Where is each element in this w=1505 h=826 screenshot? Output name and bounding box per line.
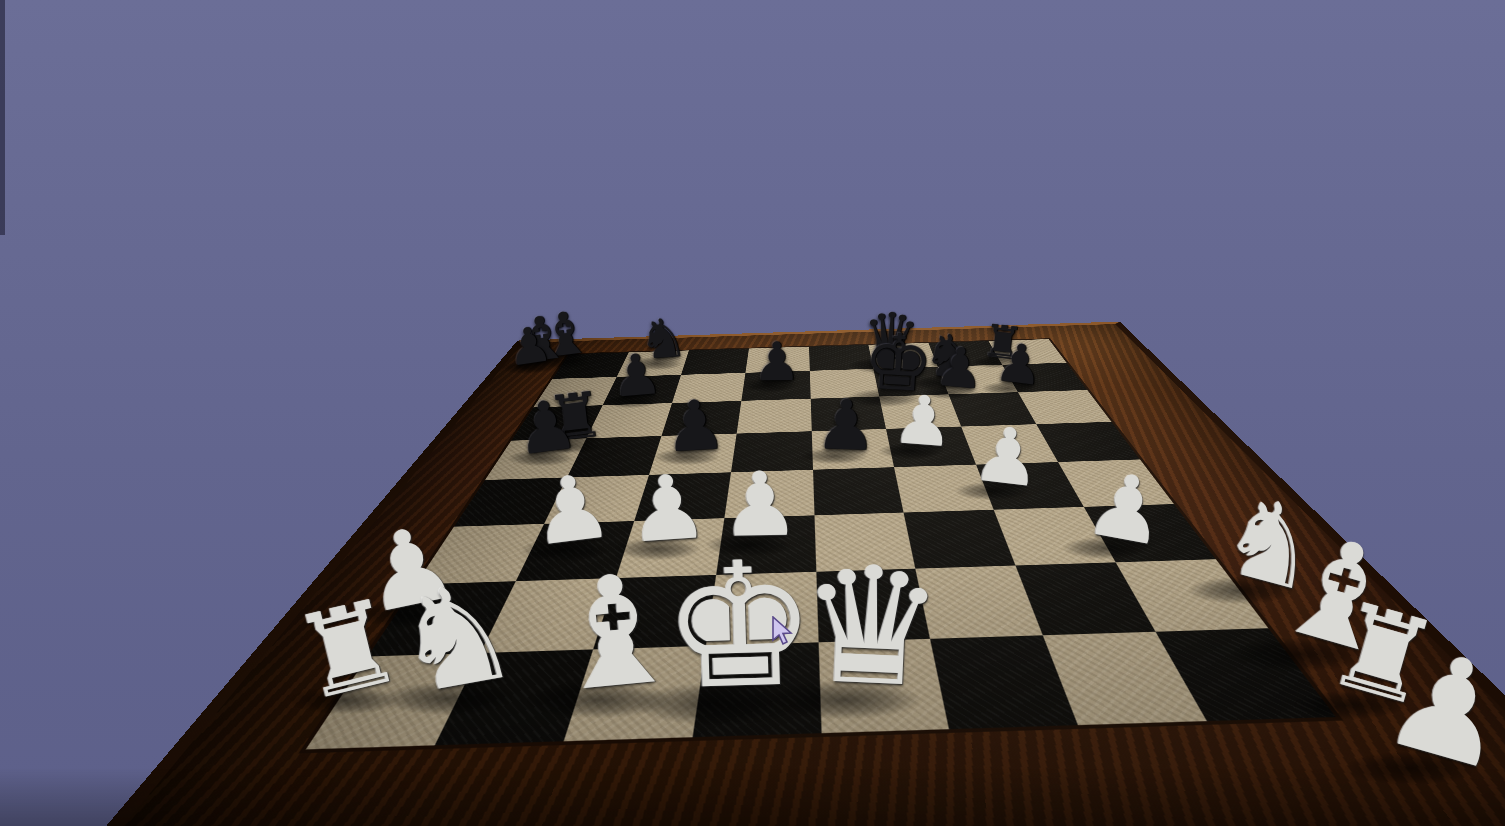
b-pawn-h7[interactable]: ♟ bbox=[992, 335, 1046, 394]
w-king-d1[interactable]: ♚ bbox=[660, 539, 819, 715]
b-pawn-cap1: ♟ bbox=[504, 319, 555, 374]
pieces-layer: ♝♜♞♛♝♟♞♟♟♟♚♟♜♟♟♟♟♟♟♟♟♟♞♟♝♞♜♝♛♚♜♟ bbox=[0, 0, 1505, 826]
w-pawn-h5[interactable]: ♟ bbox=[969, 415, 1046, 499]
b-pawn-e6[interactable]: ♟ bbox=[814, 390, 878, 460]
b-pawn-d7[interactable]: ♟ bbox=[753, 335, 801, 388]
b-pawn-a6[interactable]: ♟ bbox=[511, 389, 582, 466]
b-pawn-c6[interactable]: ♟ bbox=[662, 390, 727, 462]
mouse-cursor-icon bbox=[772, 616, 794, 646]
b-pawn-b7[interactable]: ♟ bbox=[609, 346, 664, 407]
game-viewport: ♝♜♞♛♝♟♞♟♟♟♚♟♜♟♟♟♟♟♟♟♟♟♞♟♝♞♜♝♛♚♜♟ bbox=[0, 0, 1505, 826]
w-pawn-g6[interactable]: ♟ bbox=[891, 385, 956, 457]
w-pawn-h3[interactable]: ♟ bbox=[1080, 458, 1175, 560]
